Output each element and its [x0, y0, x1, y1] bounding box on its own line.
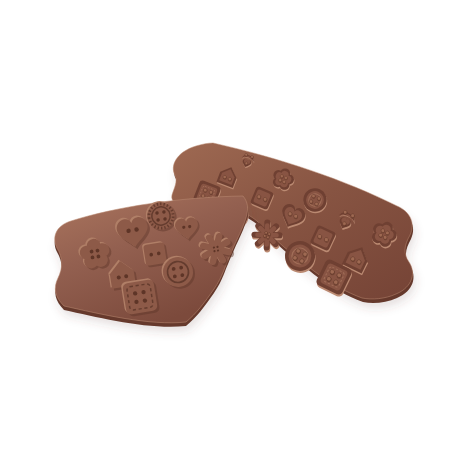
shape-petal	[204, 252, 211, 256]
shape-petal	[203, 245, 210, 249]
front-mold	[55, 196, 250, 332]
shape-petal	[221, 249, 228, 253]
chocolate-mould-photo	[0, 0, 458, 458]
pc-bd	[143, 242, 167, 266]
shape-petal	[216, 236, 220, 243]
shape-petal	[257, 233, 263, 237]
shape-outline	[143, 242, 167, 266]
chocolate-stitched	[120, 277, 160, 317]
shape-petal	[209, 237, 213, 244]
shape-petal	[271, 233, 277, 237]
shape-petal	[212, 254, 216, 261]
shape-petal	[219, 253, 223, 260]
product-photo-stage: Two brown silicone chocolate moulds with…	[0, 0, 458, 458]
shape-petal	[265, 239, 269, 245]
shape-petal	[265, 225, 269, 231]
chocolate-daisy	[201, 233, 232, 265]
shape-petal	[220, 242, 227, 246]
